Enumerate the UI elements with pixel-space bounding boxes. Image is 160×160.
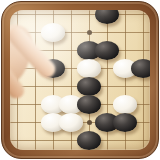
black-stone	[95, 10, 119, 24]
white-stone	[59, 113, 83, 132]
black-stone	[41, 59, 65, 78]
star-point	[87, 30, 92, 35]
black-stone	[77, 131, 101, 150]
go-app-icon[interactable]	[0, 0, 160, 160]
black-stone	[131, 59, 150, 78]
black-stone	[77, 77, 101, 96]
palm	[10, 19, 39, 91]
go-board[interactable]	[10, 10, 150, 150]
thumb-finger	[10, 57, 27, 102]
white-stone	[113, 95, 137, 114]
black-stone	[77, 95, 101, 114]
white-stone	[41, 23, 65, 42]
star-point	[87, 120, 92, 125]
black-stone	[113, 113, 137, 132]
white-stone	[77, 59, 101, 78]
black-stone	[95, 41, 119, 60]
